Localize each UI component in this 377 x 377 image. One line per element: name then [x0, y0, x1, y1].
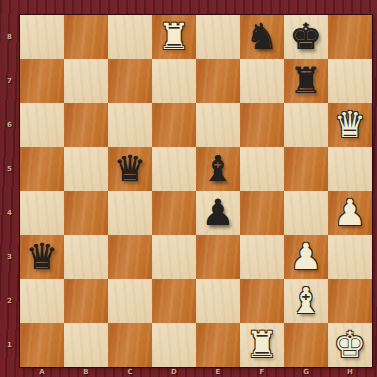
square-h3[interactable] — [328, 235, 372, 279]
square-c3[interactable] — [108, 235, 152, 279]
square-g1[interactable] — [284, 323, 328, 367]
square-h7[interactable] — [328, 59, 372, 103]
board-frame: 87654321 ♜♞♚♜♛♛♝♟♟♛♟♝♜♚ ABCDEFGH — [0, 0, 377, 377]
square-e2[interactable] — [196, 279, 240, 323]
square-a5[interactable] — [20, 147, 64, 191]
black-rook-icon: ♜ — [290, 59, 322, 103]
black-knight-icon: ♞ — [246, 15, 278, 59]
square-f3[interactable] — [240, 235, 284, 279]
black-bishop-icon: ♝ — [202, 147, 234, 191]
square-a8[interactable] — [20, 15, 64, 59]
rank-label-6: 6 — [0, 103, 19, 147]
square-e4[interactable]: ♟ — [196, 191, 240, 235]
square-g6[interactable] — [284, 103, 328, 147]
square-d6[interactable] — [152, 103, 196, 147]
square-f2[interactable] — [240, 279, 284, 323]
square-a7[interactable] — [20, 59, 64, 103]
black-pawn-icon: ♟ — [202, 191, 234, 235]
file-label-e: E — [196, 366, 240, 377]
square-c2[interactable] — [108, 279, 152, 323]
square-c8[interactable] — [108, 15, 152, 59]
square-g8[interactable]: ♚ — [284, 15, 328, 59]
square-d3[interactable] — [152, 235, 196, 279]
square-c6[interactable] — [108, 103, 152, 147]
rank-labels: 87654321 — [0, 15, 19, 367]
square-f4[interactable] — [240, 191, 284, 235]
square-c5[interactable]: ♛ — [108, 147, 152, 191]
square-f5[interactable] — [240, 147, 284, 191]
square-h1[interactable]: ♚ — [328, 323, 372, 367]
chess-board: ♜♞♚♜♛♛♝♟♟♛♟♝♜♚ — [20, 15, 372, 367]
file-label-a: A — [20, 366, 64, 377]
rank-label-5: 5 — [0, 147, 19, 191]
file-label-f: F — [240, 366, 284, 377]
square-d1[interactable] — [152, 323, 196, 367]
black-king-icon: ♚ — [290, 15, 322, 59]
square-h6[interactable]: ♛ — [328, 103, 372, 147]
square-d4[interactable] — [152, 191, 196, 235]
square-e6[interactable] — [196, 103, 240, 147]
square-g5[interactable] — [284, 147, 328, 191]
square-g2[interactable]: ♝ — [284, 279, 328, 323]
file-label-g: G — [284, 366, 328, 377]
file-label-h: H — [328, 366, 372, 377]
square-d2[interactable] — [152, 279, 196, 323]
square-b5[interactable] — [64, 147, 108, 191]
square-e5[interactable]: ♝ — [196, 147, 240, 191]
square-h2[interactable] — [328, 279, 372, 323]
file-label-d: D — [152, 366, 196, 377]
white-bishop-icon: ♝ — [290, 279, 322, 323]
white-king-icon: ♚ — [334, 323, 366, 367]
square-h4[interactable]: ♟ — [328, 191, 372, 235]
square-a6[interactable] — [20, 103, 64, 147]
square-d5[interactable] — [152, 147, 196, 191]
file-label-b: B — [64, 366, 108, 377]
rank-label-1: 1 — [0, 323, 19, 367]
file-label-c: C — [108, 366, 152, 377]
square-f7[interactable] — [240, 59, 284, 103]
black-queen-icon: ♛ — [26, 235, 58, 279]
square-b8[interactable] — [64, 15, 108, 59]
square-a4[interactable] — [20, 191, 64, 235]
white-queen-icon: ♛ — [334, 103, 366, 147]
white-pawn-icon: ♟ — [290, 235, 322, 279]
square-b7[interactable] — [64, 59, 108, 103]
square-h8[interactable] — [328, 15, 372, 59]
rank-label-7: 7 — [0, 59, 19, 103]
square-b4[interactable] — [64, 191, 108, 235]
rank-label-2: 2 — [0, 279, 19, 323]
square-c4[interactable] — [108, 191, 152, 235]
square-e3[interactable] — [196, 235, 240, 279]
square-a1[interactable] — [20, 323, 64, 367]
square-g7[interactable]: ♜ — [284, 59, 328, 103]
square-d7[interactable] — [152, 59, 196, 103]
white-pawn-icon: ♟ — [334, 191, 366, 235]
square-d8[interactable]: ♜ — [152, 15, 196, 59]
rank-label-4: 4 — [0, 191, 19, 235]
white-rook-icon: ♜ — [158, 15, 190, 59]
square-b6[interactable] — [64, 103, 108, 147]
square-f1[interactable]: ♜ — [240, 323, 284, 367]
square-f8[interactable]: ♞ — [240, 15, 284, 59]
rank-label-8: 8 — [0, 15, 19, 59]
file-labels: ABCDEFGH — [20, 366, 372, 377]
square-a2[interactable] — [20, 279, 64, 323]
rank-label-3: 3 — [0, 235, 19, 279]
square-g3[interactable]: ♟ — [284, 235, 328, 279]
square-g4[interactable] — [284, 191, 328, 235]
square-e8[interactable] — [196, 15, 240, 59]
square-a3[interactable]: ♛ — [20, 235, 64, 279]
square-c1[interactable] — [108, 323, 152, 367]
square-b3[interactable] — [64, 235, 108, 279]
white-rook-icon: ♜ — [246, 323, 278, 367]
square-f6[interactable] — [240, 103, 284, 147]
square-b2[interactable] — [64, 279, 108, 323]
square-b1[interactable] — [64, 323, 108, 367]
black-queen-icon: ♛ — [114, 147, 146, 191]
square-h5[interactable] — [328, 147, 372, 191]
square-c7[interactable] — [108, 59, 152, 103]
square-e7[interactable] — [196, 59, 240, 103]
square-e1[interactable] — [196, 323, 240, 367]
